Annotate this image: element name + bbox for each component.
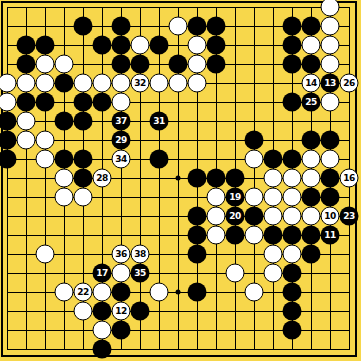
white-stone: 36 (112, 245, 131, 264)
white-stone (169, 17, 188, 36)
white-stone: 34 (112, 150, 131, 169)
white-stone: 12 (112, 302, 131, 321)
white-stone (55, 55, 74, 74)
black-stone (302, 226, 321, 245)
black-stone (93, 302, 112, 321)
white-stone: 10 (321, 207, 340, 226)
black-stone (321, 188, 340, 207)
black-stone (36, 36, 55, 55)
black-stone (112, 55, 131, 74)
star-point (176, 290, 181, 295)
white-stone (17, 131, 36, 150)
stone-move-number: 32 (134, 79, 146, 88)
white-stone (17, 112, 36, 131)
black-stone (55, 150, 74, 169)
black-stone: 37 (112, 112, 131, 131)
black-stone (283, 264, 302, 283)
black-stone (55, 112, 74, 131)
white-stone: 26 (340, 74, 359, 93)
white-stone (321, 93, 340, 112)
black-stone (112, 36, 131, 55)
white-stone (188, 36, 207, 55)
black-stone (74, 93, 93, 112)
black-stone: 29 (112, 131, 131, 150)
stone-move-number: 23 (343, 212, 355, 221)
black-stone: 13 (321, 74, 340, 93)
white-stone (74, 74, 93, 93)
stone-move-number: 11 (324, 231, 336, 240)
white-stone (302, 36, 321, 55)
black-stone (264, 226, 283, 245)
black-stone (188, 169, 207, 188)
stone-move-number: 10 (324, 212, 336, 221)
black-stone (36, 93, 55, 112)
white-stone (245, 150, 264, 169)
black-stone (283, 36, 302, 55)
white-stone: 22 (74, 283, 93, 302)
black-stone (207, 36, 226, 55)
black-stone (302, 131, 321, 150)
black-stone (188, 207, 207, 226)
black-stone (55, 74, 74, 93)
stone-move-number: 34 (115, 155, 127, 164)
white-stone (207, 207, 226, 226)
grid-line-horizontal (7, 349, 350, 350)
white-stone (112, 74, 131, 93)
black-stone (74, 17, 93, 36)
white-stone (112, 93, 131, 112)
go-board[interactable]: 3214132625373129342816192010231136381735… (0, 0, 361, 361)
white-stone (74, 302, 93, 321)
stone-move-number: 25 (305, 98, 317, 107)
white-stone (264, 245, 283, 264)
white-stone (321, 55, 340, 74)
black-stone: 23 (340, 207, 359, 226)
white-stone (302, 169, 321, 188)
stone-move-number: 12 (115, 307, 127, 316)
white-stone (93, 74, 112, 93)
white-stone: 38 (131, 245, 150, 264)
black-stone (283, 302, 302, 321)
black-stone (188, 17, 207, 36)
stone-move-number: 31 (153, 117, 165, 126)
white-stone (245, 188, 264, 207)
black-stone (17, 93, 36, 112)
stone-move-number: 35 (134, 269, 146, 278)
white-stone (36, 150, 55, 169)
stone-move-number: 22 (77, 288, 89, 297)
white-stone (264, 264, 283, 283)
white-stone (55, 169, 74, 188)
black-stone: 11 (321, 226, 340, 245)
black-stone (131, 302, 150, 321)
stone-move-number: 29 (115, 136, 127, 145)
white-stone (283, 169, 302, 188)
stone-move-number: 36 (115, 250, 127, 259)
black-stone (169, 55, 188, 74)
stone-move-number: 26 (343, 79, 355, 88)
black-stone (74, 150, 93, 169)
stone-move-number: 19 (229, 193, 241, 202)
white-stone (93, 283, 112, 302)
white-stone (150, 283, 169, 302)
black-stone (188, 283, 207, 302)
black-stone: 20 (226, 207, 245, 226)
white-stone (264, 207, 283, 226)
white-stone: 32 (131, 74, 150, 93)
white-stone: 16 (340, 169, 359, 188)
black-stone (302, 188, 321, 207)
white-stone (207, 188, 226, 207)
stone-move-number: 20 (229, 212, 241, 221)
stone-move-number: 28 (96, 174, 108, 183)
black-stone (112, 321, 131, 340)
black-stone (207, 55, 226, 74)
white-stone: 14 (302, 74, 321, 93)
white-stone (74, 188, 93, 207)
black-stone (74, 169, 93, 188)
white-stone (283, 188, 302, 207)
white-stone (131, 36, 150, 55)
white-stone (321, 36, 340, 55)
black-stone (17, 36, 36, 55)
white-stone (36, 74, 55, 93)
white-stone (283, 207, 302, 226)
black-stone: 19 (226, 188, 245, 207)
black-stone (226, 226, 245, 245)
white-stone (321, 17, 340, 36)
white-stone (36, 245, 55, 264)
black-stone (74, 112, 93, 131)
black-stone (245, 207, 264, 226)
white-stone (245, 226, 264, 245)
white-stone (302, 150, 321, 169)
white-stone (55, 283, 74, 302)
black-stone: 35 (131, 264, 150, 283)
black-stone (283, 226, 302, 245)
star-point (176, 176, 181, 181)
black-stone (188, 245, 207, 264)
stone-move-number: 14 (305, 79, 317, 88)
black-stone (302, 17, 321, 36)
black-stone (321, 131, 340, 150)
black-stone (131, 55, 150, 74)
white-stone (245, 283, 264, 302)
black-stone (283, 55, 302, 74)
white-stone (169, 74, 188, 93)
white-stone (55, 188, 74, 207)
black-stone (321, 169, 340, 188)
black-stone (245, 131, 264, 150)
white-stone (302, 207, 321, 226)
black-stone (283, 283, 302, 302)
white-stone (283, 245, 302, 264)
white-stone (36, 131, 55, 150)
black-stone (283, 150, 302, 169)
white-stone (36, 55, 55, 74)
black-stone (207, 169, 226, 188)
white-stone (264, 169, 283, 188)
white-stone (112, 264, 131, 283)
black-stone (112, 17, 131, 36)
stone-move-number: 38 (134, 250, 146, 259)
black-stone (283, 17, 302, 36)
black-stone (283, 93, 302, 112)
white-stone (188, 55, 207, 74)
black-stone: 25 (302, 93, 321, 112)
black-stone (93, 340, 112, 359)
white-stone (150, 74, 169, 93)
black-stone (264, 150, 283, 169)
white-stone: 28 (93, 169, 112, 188)
black-stone (207, 17, 226, 36)
white-stone (188, 74, 207, 93)
black-stone: 17 (93, 264, 112, 283)
black-stone (283, 321, 302, 340)
white-stone (321, 150, 340, 169)
white-stone (93, 321, 112, 340)
black-stone (226, 169, 245, 188)
stone-move-number: 16 (343, 174, 355, 183)
black-stone (188, 226, 207, 245)
black-stone (93, 36, 112, 55)
black-stone (112, 283, 131, 302)
black-stone (302, 55, 321, 74)
black-stone: 31 (150, 112, 169, 131)
black-stone (150, 36, 169, 55)
white-stone (226, 264, 245, 283)
white-stone (264, 188, 283, 207)
black-stone (17, 55, 36, 74)
black-stone (93, 93, 112, 112)
black-stone (150, 150, 169, 169)
black-stone (302, 245, 321, 264)
stone-move-number: 13 (324, 79, 336, 88)
white-stone (17, 74, 36, 93)
stone-move-number: 17 (96, 269, 108, 278)
stone-move-number: 37 (115, 117, 127, 126)
white-stone (207, 226, 226, 245)
